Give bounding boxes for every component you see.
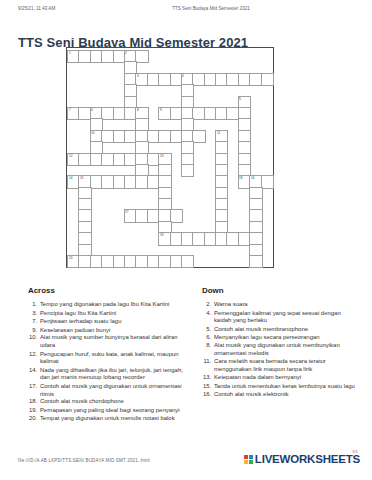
clue-item: 8.Alat musik yang digunakan untuk membun… xyxy=(202,342,355,357)
crossword-cell[interactable]: 11 xyxy=(216,131,227,142)
clue-number-label: 9 xyxy=(160,108,162,111)
crossword-cell[interactable]: 2 xyxy=(125,51,136,62)
clue-number-label: 2 xyxy=(125,51,127,54)
crossword-cell[interactable] xyxy=(136,176,147,187)
crossword-cell[interactable] xyxy=(182,165,193,176)
clue-number-label: 6 xyxy=(91,108,93,111)
crossword-cell[interactable]: 17 xyxy=(125,210,136,221)
crossword-grid: 1234576891011121314151816171920 xyxy=(68,51,273,267)
clue-number-label: 4 xyxy=(182,74,184,77)
across-heading: Across xyxy=(28,286,193,295)
crossword-cell[interactable] xyxy=(125,176,136,187)
crossword-cell[interactable] xyxy=(216,188,227,199)
crossword-cell[interactable] xyxy=(79,108,90,119)
clue-item: 12.Pengucapan huruf, suku kata, anak kal… xyxy=(28,350,193,365)
crossword-cell[interactable] xyxy=(216,108,227,119)
crossword-cell[interactable] xyxy=(171,74,182,85)
crossword-cell[interactable] xyxy=(79,188,90,199)
crossword-cell[interactable] xyxy=(216,142,227,153)
crossword-cell[interactable] xyxy=(136,51,147,62)
clue-item-number: 5. xyxy=(202,325,214,333)
clue-item-text: Contoh alat musik chordophone xyxy=(40,398,193,406)
clue-item-text: Pengucapan huruf, suku kata, anak kalima… xyxy=(40,350,193,365)
crossword-cell[interactable] xyxy=(182,142,193,153)
print-doc-title: TTS Seni Budaya Mid Semester 2021 xyxy=(172,6,250,11)
clue-item-text: Contoh alat musik membranophone xyxy=(214,325,355,333)
crossword-cell[interactable]: 20 xyxy=(68,256,79,267)
crossword-cell[interactable] xyxy=(148,210,159,221)
crossword-cell[interactable] xyxy=(91,154,102,165)
crossword-cell[interactable] xyxy=(159,176,170,187)
crossword-cell[interactable] xyxy=(239,233,250,244)
crossword-cell[interactable] xyxy=(227,74,238,85)
footer-file-path: file:///D:/A AB LKPD/TTS SENI BUDAYA MID… xyxy=(18,458,150,462)
crossword-cell[interactable] xyxy=(148,74,159,85)
clue-item-text: Cara melatih suara bernada secara teratu… xyxy=(214,358,355,373)
clue-number-label: 16 xyxy=(251,176,254,179)
crossword-cell[interactable] xyxy=(102,176,113,187)
crossword-cell[interactable] xyxy=(216,165,227,176)
crossword-cell[interactable] xyxy=(262,74,273,85)
crossword-cell[interactable] xyxy=(125,108,136,119)
crossword-cell[interactable] xyxy=(182,233,193,244)
clue-item-text: Nada yang dihasilkan jika ibu jari, telu… xyxy=(40,366,193,381)
crossword-cell[interactable] xyxy=(171,256,182,267)
across-clues-section: Across 1.Tempo yang digunakan pada lagu … xyxy=(28,286,193,423)
crossword-cell[interactable] xyxy=(182,119,193,130)
crossword-cell[interactable] xyxy=(91,142,102,153)
crossword-cell[interactable]: 8 xyxy=(136,108,147,119)
clue-item-number: 14. xyxy=(28,366,40,381)
down-clues-section: Down 2.Warna suara4.Pemenggalan kalimat … xyxy=(202,286,355,399)
clue-number-label: 3 xyxy=(137,74,139,77)
crossword-cell[interactable] xyxy=(239,142,250,153)
crossword-cell[interactable] xyxy=(159,199,170,210)
crossword-cell[interactable] xyxy=(79,210,90,221)
crossword-cell[interactable] xyxy=(159,188,170,199)
crossword-cell[interactable]: 14 xyxy=(68,176,79,187)
crossword-cell[interactable]: 19 xyxy=(159,233,170,244)
across-clue-list: 1.Tempo yang digunakan pada lagu Ibu Kit… xyxy=(28,301,193,422)
clue-item: 15.Tanda untuk menentukan keras lembutny… xyxy=(202,382,355,390)
crossword-cell[interactable] xyxy=(171,210,182,221)
crossword-cell[interactable] xyxy=(216,74,227,85)
clue-item-number: 6. xyxy=(202,334,214,342)
clue-item: 16.Contoh alat musik elektronik xyxy=(202,391,355,399)
crossword-cell[interactable] xyxy=(227,108,238,119)
clue-item-text: Penjiwaan terhadap suatu lagu xyxy=(40,318,193,326)
crossword-cell[interactable] xyxy=(136,256,147,267)
crossword-cell[interactable]: 18 xyxy=(239,176,250,187)
crossword-cell[interactable]: 4 xyxy=(182,74,193,85)
crossword-cell[interactable] xyxy=(227,233,238,244)
crossword-cell[interactable] xyxy=(79,233,90,244)
crossword-cell[interactable] xyxy=(262,176,273,187)
clue-item-number: 9. xyxy=(28,326,40,334)
clue-number-label: 15 xyxy=(80,176,83,179)
crossword-cell[interactable] xyxy=(205,233,216,244)
crossword-cell[interactable] xyxy=(125,85,136,96)
crossword-cell[interactable] xyxy=(216,210,227,221)
crossword-cell[interactable] xyxy=(114,176,125,187)
clue-item: 4.Pemenggalan kalimat yang tepat sesuai … xyxy=(202,309,355,324)
crossword-cell[interactable]: 1 xyxy=(68,51,79,62)
clue-item: 14.Nada yang dihasilkan jika ibu jari, t… xyxy=(28,366,193,381)
clue-item-text: Warna suara xyxy=(214,301,355,309)
crossword-cell[interactable] xyxy=(125,74,136,85)
crossword-cell[interactable] xyxy=(159,222,170,233)
clue-item: 1.Tempo yang digunakan pada lagu Ibu Kit… xyxy=(28,301,193,309)
clue-item-text: Pemenggalan kalimat yang tepat sesuai de… xyxy=(214,309,355,324)
clue-item-text: Alat musik yang sumber bunyinya berasal … xyxy=(40,334,193,349)
clue-item-text: Ketepatan nada dalam bernyanyi xyxy=(214,374,355,382)
crossword-cell[interactable] xyxy=(239,108,250,119)
crossword-cell[interactable]: 16 xyxy=(250,176,261,187)
print-datetime: 9/25/21, 11:43 AM xyxy=(18,6,55,11)
clue-number-label: 20 xyxy=(69,256,72,259)
clue-item-number: 16. xyxy=(202,391,214,399)
clue-number-label: 11 xyxy=(217,131,220,134)
clue-item-number: 1. xyxy=(28,301,40,309)
crossword-cell[interactable] xyxy=(216,222,227,233)
clue-item: 5.Contoh alat musik membranophone xyxy=(202,325,355,333)
crossword-cell[interactable]: 13 xyxy=(159,154,170,165)
clue-item: 7.Penjiwaan terhadap suatu lagu xyxy=(28,318,193,326)
crossword-cell[interactable] xyxy=(250,222,261,233)
crossword-cell[interactable] xyxy=(148,154,159,165)
crossword-cell[interactable] xyxy=(91,119,102,130)
crossword-cell[interactable] xyxy=(79,256,90,267)
clue-item: 17.Contoh alat musik yang digunakan untu… xyxy=(28,382,193,397)
crossword-cell[interactable] xyxy=(114,131,125,142)
clue-number-label: 10 xyxy=(91,131,94,134)
crossword-frame: 1234576891011121314151816171920 xyxy=(66,47,274,268)
clue-number-label: 19 xyxy=(160,233,163,236)
crossword-cell[interactable]: 6 xyxy=(91,108,102,119)
crossword-cell[interactable] xyxy=(79,245,90,256)
crossword-cell[interactable] xyxy=(216,233,227,244)
crossword-cell[interactable] xyxy=(136,131,147,142)
clue-item-text: Alat musik yang digunakan untuk membunyi… xyxy=(214,342,355,357)
crossword-cell[interactable] xyxy=(193,74,204,85)
crossword-cell[interactable]: 12 xyxy=(68,154,79,165)
liveworksheets-grid-icon xyxy=(244,455,253,464)
crossword-cell[interactable] xyxy=(102,256,113,267)
crossword-cell[interactable] xyxy=(114,108,125,119)
crossword-cell[interactable]: 7 xyxy=(68,108,79,119)
crossword-cell[interactable] xyxy=(250,210,261,221)
crossword-cell[interactable] xyxy=(216,154,227,165)
crossword-cell[interactable] xyxy=(250,199,261,210)
crossword-cell[interactable] xyxy=(182,85,193,96)
clue-number-label: 7 xyxy=(69,108,71,111)
clue-item: 3.Pencipta lagu Ibu Kita Kartini xyxy=(28,309,193,317)
clue-number-label: 1 xyxy=(69,51,71,54)
crossword-cell[interactable]: 5 xyxy=(239,97,250,108)
crossword-cell[interactable]: 9 xyxy=(159,108,170,119)
crossword-cell[interactable] xyxy=(114,256,125,267)
clue-item-number: 4. xyxy=(202,309,214,324)
clue-item: 18.Contoh alat musik chordophone xyxy=(28,398,193,406)
crossword-cell[interactable] xyxy=(91,51,102,62)
clue-item-text: Contoh alat musik yang digunakan untuk o… xyxy=(40,382,193,397)
crossword-cell[interactable] xyxy=(250,233,261,244)
crossword-cell[interactable] xyxy=(102,154,113,165)
crossword-cell[interactable] xyxy=(102,108,113,119)
down-clue-list: 2.Warna suara4.Pemenggalan kalimat yang … xyxy=(202,301,355,398)
crossword-cell[interactable] xyxy=(125,131,136,142)
clue-item: 19.Pernapasan yang paling ideal bagi seo… xyxy=(28,407,193,415)
crossword-cell[interactable] xyxy=(171,108,182,119)
clue-item-number: 2. xyxy=(202,301,214,309)
clue-item-number: 19. xyxy=(28,407,40,415)
clue-item-text: Pernapasan yang paling ideal bagi seoran… xyxy=(40,407,193,415)
clue-item-number: 15. xyxy=(202,382,214,390)
crossword-cell[interactable] xyxy=(250,188,261,199)
clue-number-label: 8 xyxy=(137,108,139,111)
clue-item: 11.Cara melatih suara bernada secara ter… xyxy=(202,358,355,373)
clue-item-number: 3. xyxy=(28,309,40,317)
crossword-cell[interactable] xyxy=(148,131,159,142)
crossword-cell[interactable] xyxy=(239,74,250,85)
crossword-cell[interactable] xyxy=(159,210,170,221)
clue-item: 9.Keselarasan paduan bunyi xyxy=(28,326,193,334)
crossword-cell[interactable] xyxy=(182,131,193,142)
crossword-cell[interactable] xyxy=(193,108,204,119)
crossword-cell[interactable] xyxy=(79,51,90,62)
crossword-cell[interactable] xyxy=(125,97,136,108)
clue-number-label: 14 xyxy=(69,176,72,179)
clue-item-text: Pencipta lagu Ibu Kita Kartini xyxy=(40,309,193,317)
crossword-cell[interactable] xyxy=(159,165,170,176)
clue-item-text: Keselarasan paduan bunyi xyxy=(40,326,193,334)
crossword-cell[interactable] xyxy=(171,233,182,244)
clue-item: 20.Tempat yang digunakan untuk menulis n… xyxy=(28,415,193,423)
clue-item-text: Tempat yang digunakan untuk menulis nota… xyxy=(40,415,193,423)
crossword-cell[interactable] xyxy=(159,256,170,267)
crossword-cell[interactable] xyxy=(250,74,261,85)
crossword-cell[interactable] xyxy=(79,199,90,210)
crossword-cell[interactable] xyxy=(171,131,182,142)
liveworksheets-logo: LIVEWORKSHEETS xyxy=(244,453,360,465)
crossword-cell[interactable] xyxy=(136,142,147,153)
clue-item-number: 13. xyxy=(202,374,214,382)
crossword-cell[interactable] xyxy=(79,222,90,233)
crossword-cell[interactable] xyxy=(159,131,170,142)
clue-item-number: 17. xyxy=(28,382,40,397)
clue-item-number: 7. xyxy=(28,318,40,326)
crossword-cell[interactable] xyxy=(91,256,102,267)
crossword-cell[interactable] xyxy=(125,62,136,73)
crossword-cell[interactable] xyxy=(136,165,147,176)
clue-number-label: 18 xyxy=(239,176,242,179)
crossword-cell[interactable] xyxy=(91,176,102,187)
crossword-cell[interactable] xyxy=(136,119,147,130)
crossword-cell[interactable] xyxy=(239,119,250,130)
clue-item-number: 8. xyxy=(202,342,214,357)
clue-item-number: 10. xyxy=(28,334,40,349)
crossword-cell[interactable] xyxy=(125,154,136,165)
clue-item-number: 18. xyxy=(28,398,40,406)
crossword-cell[interactable]: 10 xyxy=(91,131,102,142)
down-heading: Down xyxy=(202,286,355,295)
crossword-cell[interactable] xyxy=(148,256,159,267)
crossword-cell[interactable] xyxy=(216,199,227,210)
crossword-cell[interactable] xyxy=(159,74,170,85)
crossword-cell[interactable] xyxy=(182,256,193,267)
crossword-cell[interactable] xyxy=(205,108,216,119)
clue-item-text: Tanda untuk menentukan keras lembutnya s… xyxy=(214,382,355,390)
clue-item-text: Contoh alat musik elektronik xyxy=(214,391,355,399)
clue-item-number: 12. xyxy=(28,350,40,365)
clue-item-number: 20. xyxy=(28,415,40,423)
crossword-cell[interactable] xyxy=(193,233,204,244)
crossword-cell[interactable] xyxy=(205,74,216,85)
crossword-cell[interactable] xyxy=(114,154,125,165)
crossword-cell[interactable] xyxy=(182,108,193,119)
clue-number-label: 12 xyxy=(69,154,72,157)
crossword-cell[interactable] xyxy=(193,131,204,142)
crossword-cell[interactable] xyxy=(102,51,113,62)
crossword-cell[interactable]: 3 xyxy=(136,74,147,85)
clue-item-text: Menyanyikan lagu secara perseorangan xyxy=(214,334,355,342)
crossword-cell[interactable] xyxy=(114,51,125,62)
crossword-cell[interactable] xyxy=(216,176,227,187)
crossword-cell[interactable] xyxy=(239,165,250,176)
worksheet-page: { "game": "crossword", "header": { "date… xyxy=(0,0,372,480)
clue-item-number: 11. xyxy=(202,358,214,373)
crossword-cell[interactable] xyxy=(250,256,261,267)
clue-item-text: Tempo yang digunakan pada lagu Ibu Kita … xyxy=(40,301,193,309)
crossword-cell[interactable] xyxy=(136,154,147,165)
crossword-cell[interactable] xyxy=(182,97,193,108)
liveworksheets-wordmark: LIVEWORKSHEETS xyxy=(255,453,360,465)
crossword-cell[interactable] xyxy=(182,154,193,165)
clue-item: 6.Menyanyikan lagu secara perseorangan xyxy=(202,334,355,342)
clue-number-label: 13 xyxy=(160,154,163,157)
clue-number-label: 5 xyxy=(239,97,241,100)
crossword-cell[interactable] xyxy=(125,256,136,267)
crossword-cell[interactable] xyxy=(239,154,250,165)
crossword-cell[interactable] xyxy=(79,154,90,165)
crossword-cell[interactable] xyxy=(250,245,261,256)
crossword-cell[interactable] xyxy=(136,210,147,221)
crossword-cell[interactable] xyxy=(239,131,250,142)
crossword-cell[interactable] xyxy=(102,131,113,142)
clue-item: 13.Ketepatan nada dalam bernyanyi xyxy=(202,374,355,382)
crossword-cell[interactable] xyxy=(148,176,159,187)
clue-number-label: 17 xyxy=(125,210,128,213)
clue-item: 2.Warna suara xyxy=(202,301,355,309)
clue-item: 10.Alat musik yang sumber bunyinya beras… xyxy=(28,334,193,349)
crossword-cell[interactable]: 15 xyxy=(79,176,90,187)
